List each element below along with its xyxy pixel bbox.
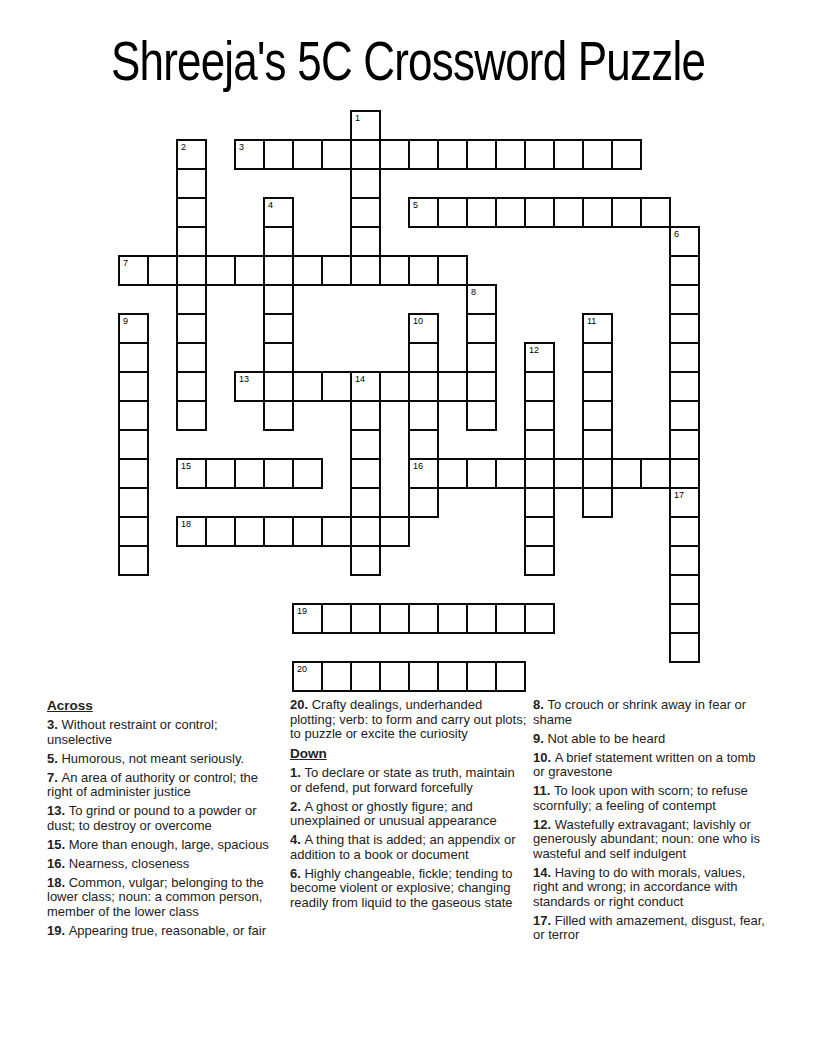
grid-cell-r0c8[interactable]: 1 <box>350 110 381 141</box>
grid-cell-r15c19[interactable] <box>669 545 700 576</box>
grid-cell-r19c6[interactable]: 20 <box>292 661 323 692</box>
grid-cell-r11c16[interactable] <box>582 429 613 460</box>
grid-cell-r1c16[interactable] <box>582 139 613 170</box>
grid-cell-r3c2[interactable] <box>176 197 207 228</box>
cell-number-9: 9 <box>123 316 128 326</box>
grid-cell-r4c2[interactable] <box>176 226 207 257</box>
clue-across-20: 20. Crafty dealings, underhanded plottin… <box>290 698 527 742</box>
grid-cell-r8c12[interactable] <box>466 342 497 373</box>
clue-across-13: 13. To grind or pound to a powder or dus… <box>47 804 284 833</box>
down-header: Down <box>290 746 527 761</box>
grid-cell-r12c3[interactable] <box>205 458 236 489</box>
clue-down-1: 1. To declare or state as truth, maintai… <box>290 766 527 795</box>
grid-cell-r11c0[interactable] <box>118 429 149 460</box>
grid-cell-r12c8[interactable] <box>350 458 381 489</box>
clue-down-10: 10. A brief statement written on a tomb … <box>533 751 770 780</box>
grid-cell-r14c19[interactable] <box>669 516 700 547</box>
grid-cell-r13c10[interactable] <box>408 487 439 518</box>
clue-number: 4. <box>290 832 304 847</box>
grid-cell-r19c10[interactable] <box>408 661 439 692</box>
grid-cell-r8c0[interactable] <box>118 342 149 373</box>
grid-cell-r10c0[interactable] <box>118 400 149 431</box>
grid-cell-r1c8[interactable] <box>350 139 381 170</box>
clue-text: Common, vulgar; belonging to the lower c… <box>47 875 264 919</box>
grid-cell-r1c4[interactable]: 3 <box>234 139 265 170</box>
cell-number-16: 16 <box>413 461 423 471</box>
grid-cell-r1c15[interactable] <box>553 139 584 170</box>
grid-cell-r6c12[interactable]: 8 <box>466 284 497 315</box>
grid-cell-r18c19[interactable] <box>669 632 700 663</box>
grid-cell-r12c6[interactable] <box>292 458 323 489</box>
grid-cell-r12c4[interactable] <box>234 458 265 489</box>
grid-cell-r7c0[interactable]: 9 <box>118 313 149 344</box>
grid-cell-r3c15[interactable] <box>553 197 584 228</box>
grid-cell-r17c12[interactable] <box>466 603 497 634</box>
cell-number-8: 8 <box>471 287 476 297</box>
clues-column-2: 20. Crafty dealings, underhanded plottin… <box>290 698 527 947</box>
grid-cell-r2c8[interactable] <box>350 168 381 199</box>
grid-cell-r1c13[interactable] <box>495 139 526 170</box>
grid-cell-r10c5[interactable] <box>263 400 294 431</box>
grid-cell-r17c19[interactable] <box>669 603 700 634</box>
cell-number-17: 17 <box>674 490 684 500</box>
grid-cell-r7c16[interactable]: 11 <box>582 313 613 344</box>
clue-down-9: 9. Not able to be heard <box>533 732 770 747</box>
clue-text: Without restraint or control; unselectiv… <box>47 717 218 747</box>
grid-cell-r5c8[interactable] <box>350 255 381 286</box>
clue-text: Wastefully extravagant; lavishly or gene… <box>533 817 760 861</box>
cell-number-19: 19 <box>297 606 307 616</box>
cell-number-5: 5 <box>413 200 418 210</box>
grid-cell-r4c8[interactable] <box>350 226 381 257</box>
cell-number-20: 20 <box>297 664 307 674</box>
grid-cell-r8c14[interactable]: 12 <box>524 342 555 373</box>
grid-cell-r10c10[interactable] <box>408 400 439 431</box>
clue-text: More than enough, large, spacious <box>69 837 269 852</box>
grid-cell-r16c19[interactable] <box>669 574 700 605</box>
clue-across-7: 7. An area of authority or control; the … <box>47 771 284 800</box>
grid-cell-r12c13[interactable] <box>495 458 526 489</box>
grid-cell-r1c6[interactable] <box>292 139 323 170</box>
clue-down-6: 6. Highly changeable, fickle; tending to… <box>290 867 527 911</box>
grid-cell-r14c8[interactable] <box>350 516 381 547</box>
grid-cell-r5c9[interactable] <box>379 255 410 286</box>
grid-cell-r12c10[interactable]: 16 <box>408 458 439 489</box>
clue-number: 6. <box>290 866 304 881</box>
grid-cell-r7c10[interactable]: 10 <box>408 313 439 344</box>
grid-cell-r5c6[interactable] <box>292 255 323 286</box>
grid-cell-r1c11[interactable] <box>437 139 468 170</box>
grid-cell-r1c2[interactable]: 2 <box>176 139 207 170</box>
clue-number: 5. <box>47 751 61 766</box>
grid-cell-r12c17[interactable] <box>611 458 642 489</box>
grid-cell-r19c7[interactable] <box>321 661 352 692</box>
grid-cell-r9c9[interactable] <box>379 371 410 402</box>
grid-cell-r14c6[interactable] <box>292 516 323 547</box>
cell-number-10: 10 <box>413 316 423 326</box>
grid-cell-r1c7[interactable] <box>321 139 352 170</box>
grid-cell-r14c9[interactable] <box>379 516 410 547</box>
grid-cell-r10c14[interactable] <box>524 400 555 431</box>
cell-number-1: 1 <box>355 113 360 123</box>
grid-cell-r12c15[interactable] <box>553 458 584 489</box>
grid-cell-r17c14[interactable] <box>524 603 555 634</box>
grid-cell-r11c19[interactable] <box>669 429 700 460</box>
clue-number: 17. <box>533 913 555 928</box>
grid-cell-r1c14[interactable] <box>524 139 555 170</box>
cell-number-6: 6 <box>674 229 679 239</box>
clue-text: A brief statement written on a tomb or g… <box>533 750 756 780</box>
grid-cell-r3c14[interactable] <box>524 197 555 228</box>
grid-cell-r5c2[interactable] <box>176 255 207 286</box>
grid-cell-r3c18[interactable] <box>640 197 671 228</box>
grid-cell-r5c5[interactable] <box>263 255 294 286</box>
clue-down-12: 12. Wastefully extravagant; lavishly or … <box>533 818 770 862</box>
clue-text: To look upon with scorn; to refuse scorn… <box>533 783 748 813</box>
grid-cell-r9c8[interactable]: 14 <box>350 371 381 402</box>
clue-text: Filled with amazement, disgust, fear, or… <box>533 913 765 943</box>
grid-cell-r12c19[interactable] <box>669 458 700 489</box>
clue-text: Not able to be heard <box>547 731 665 746</box>
grid-cell-r5c11[interactable] <box>437 255 468 286</box>
grid-cell-r8c19[interactable] <box>669 342 700 373</box>
clue-number: 11. <box>533 783 554 798</box>
clue-text: A ghost or ghostly figure; and unexplain… <box>290 799 497 829</box>
clue-text: Crafty dealings, underhanded plotting; v… <box>290 697 526 741</box>
clue-number: 3. <box>47 717 61 732</box>
grid-cell-r5c0[interactable]: 7 <box>118 255 149 286</box>
across-header: Across <box>47 698 284 713</box>
grid-cell-r8c2[interactable] <box>176 342 207 373</box>
clue-text: Humorous, not meant seriously. <box>61 751 244 766</box>
clue-text: Appearing true, reasonable, or fair <box>69 923 266 938</box>
grid-cell-r15c0[interactable] <box>118 545 149 576</box>
clue-across-5: 5. Humorous, not meant seriously. <box>47 752 284 767</box>
clue-across-15: 15. More than enough, large, spacious <box>47 838 284 853</box>
clue-number: 20. <box>290 697 312 712</box>
grid-cell-r10c2[interactable] <box>176 400 207 431</box>
grid-cell-r7c5[interactable] <box>263 313 294 344</box>
clue-number: 18. <box>47 875 69 890</box>
grid-cell-r12c16[interactable] <box>582 458 613 489</box>
clue-down-17: 17. Filled with amazement, disgust, fear… <box>533 914 770 943</box>
clue-number: 19. <box>47 923 69 938</box>
grid-cell-r15c8[interactable] <box>350 545 381 576</box>
grid-cell-r4c5[interactable] <box>263 226 294 257</box>
cell-number-3: 3 <box>239 142 244 152</box>
grid-cell-r13c14[interactable] <box>524 487 555 518</box>
grid-cell-r9c2[interactable] <box>176 371 207 402</box>
grid-cell-r17c13[interactable] <box>495 603 526 634</box>
crossword-page: { "game": "crossword", "title": "Shreeja… <box>0 0 816 1056</box>
grid-cell-r14c4[interactable] <box>234 516 265 547</box>
grid-cell-r3c12[interactable] <box>466 197 497 228</box>
clue-number: 9. <box>533 731 547 746</box>
grid-cell-r8c16[interactable] <box>582 342 613 373</box>
grid-cell-r12c5[interactable] <box>263 458 294 489</box>
grid-cell-r5c10[interactable] <box>408 255 439 286</box>
grid-cell-r17c11[interactable] <box>437 603 468 634</box>
grid-cell-r19c9[interactable] <box>379 661 410 692</box>
grid-cell-r5c3[interactable] <box>205 255 236 286</box>
clue-text: To grind or pound to a powder or dust; t… <box>47 803 257 833</box>
grid-cell-r17c8[interactable] <box>350 603 381 634</box>
grid-cell-r3c11[interactable] <box>437 197 468 228</box>
grid-cell-r14c0[interactable] <box>118 516 149 547</box>
grid-cell-r8c10[interactable] <box>408 342 439 373</box>
grid-cell-r3c13[interactable] <box>495 197 526 228</box>
clue-number: 2. <box>290 799 304 814</box>
clue-text: Having to do with morals, values, right … <box>533 865 745 909</box>
clue-down-14: 14. Having to do with morals, values, ri… <box>533 866 770 910</box>
grid-cell-r4c19[interactable]: 6 <box>669 226 700 257</box>
grid-cell-r10c16[interactable] <box>582 400 613 431</box>
grid-cell-r11c8[interactable] <box>350 429 381 460</box>
clue-across-19: 19. Appearing true, reasonable, or fair <box>47 924 284 939</box>
grid-cell-r17c6[interactable]: 19 <box>292 603 323 634</box>
grid-cell-r9c7[interactable] <box>321 371 352 402</box>
grid-cell-r5c1[interactable] <box>147 255 178 286</box>
clue-text: To crouch or shrink away in fear or sham… <box>533 697 746 727</box>
clue-number: 12. <box>533 817 555 832</box>
grid-cell-r13c0[interactable] <box>118 487 149 518</box>
clue-number: 8. <box>533 697 547 712</box>
grid-cell-r14c5[interactable] <box>263 516 294 547</box>
grid-cell-r9c14[interactable] <box>524 371 555 402</box>
grid-cell-r9c4[interactable]: 13 <box>234 371 265 402</box>
grid-cell-r1c9[interactable] <box>379 139 410 170</box>
grid-cell-r14c3[interactable] <box>205 516 236 547</box>
clue-text: To declare or state as truth, maintain o… <box>290 765 515 795</box>
grid-cell-r1c17[interactable] <box>611 139 642 170</box>
grid-cell-r7c2[interactable] <box>176 313 207 344</box>
clue-number: 16. <box>47 856 69 871</box>
grid-cell-r6c19[interactable] <box>669 284 700 315</box>
grid-cell-r10c8[interactable] <box>350 400 381 431</box>
grid-cell-r5c4[interactable] <box>234 255 265 286</box>
grid-cell-r19c11[interactable] <box>437 661 468 692</box>
grid-cell-r5c7[interactable] <box>321 255 352 286</box>
grid-cell-r13c8[interactable] <box>350 487 381 518</box>
clue-across-3: 3. Without restraint or control; unselec… <box>47 718 284 747</box>
clue-number: 13. <box>47 803 69 818</box>
grid-cell-r11c10[interactable] <box>408 429 439 460</box>
grid-cell-r9c10[interactable] <box>408 371 439 402</box>
grid-cell-r15c14[interactable] <box>524 545 555 576</box>
grid-cell-r12c18[interactable] <box>640 458 671 489</box>
cell-number-4: 4 <box>268 200 273 210</box>
grid-cell-r9c0[interactable] <box>118 371 149 402</box>
grid-cell-r11c14[interactable] <box>524 429 555 460</box>
grid-cell-r12c14[interactable] <box>524 458 555 489</box>
grid-cell-r1c5[interactable] <box>263 139 294 170</box>
grid-cell-r9c6[interactable] <box>292 371 323 402</box>
grid-cell-r10c19[interactable] <box>669 400 700 431</box>
grid-cell-r9c19[interactable] <box>669 371 700 402</box>
clue-number: 15. <box>47 837 69 852</box>
cell-number-15: 15 <box>181 461 191 471</box>
clue-down-4: 4. A thing that is added; an appendix or… <box>290 833 527 862</box>
grid-cell-r9c5[interactable] <box>263 371 294 402</box>
grid-cell-r1c12[interactable] <box>466 139 497 170</box>
clue-down-8: 8. To crouch or shrink away in fear or s… <box>533 698 770 727</box>
grid-cell-r3c10[interactable]: 5 <box>408 197 439 228</box>
grid-cell-r17c9[interactable] <box>379 603 410 634</box>
grid-cell-r12c11[interactable] <box>437 458 468 489</box>
clue-text: An area of authority or control; the rig… <box>47 770 258 800</box>
grid-cell-r12c12[interactable] <box>466 458 497 489</box>
clue-across-16: 16. Nearness, closeness <box>47 857 284 872</box>
grid-cell-r3c5[interactable]: 4 <box>263 197 294 228</box>
grid-cell-r13c19[interactable]: 17 <box>669 487 700 518</box>
grid-cell-r14c14[interactable] <box>524 516 555 547</box>
clues-column-3: 8. To crouch or shrink away in fear or s… <box>533 698 770 947</box>
grid-cell-r5c19[interactable] <box>669 255 700 286</box>
grid-cell-r9c12[interactable] <box>466 371 497 402</box>
clue-across-18: 18. Common, vulgar; belonging to the low… <box>47 876 284 920</box>
grid-cell-r13c16[interactable] <box>582 487 613 518</box>
grid-cell-r19c8[interactable] <box>350 661 381 692</box>
clue-number: 14. <box>533 865 555 880</box>
grid-cell-r1c10[interactable] <box>408 139 439 170</box>
grid-cell-r9c16[interactable] <box>582 371 613 402</box>
grid-cell-r3c16[interactable] <box>582 197 613 228</box>
grid-cell-r12c2[interactable]: 15 <box>176 458 207 489</box>
grid-cell-r14c2[interactable]: 18 <box>176 516 207 547</box>
grid-cell-r7c19[interactable] <box>669 313 700 344</box>
grid-cell-r14c7[interactable] <box>321 516 352 547</box>
grid-cell-r10c12[interactable] <box>466 400 497 431</box>
cell-number-14: 14 <box>355 374 365 384</box>
clue-number: 7. <box>47 770 61 785</box>
clues-column-1: Across3. Without restraint or control; u… <box>47 698 284 947</box>
grid-cell-r7c12[interactable] <box>466 313 497 344</box>
puzzle-title: Shreeja's 5C Crossword Puzzle <box>82 32 735 90</box>
cell-number-11: 11 <box>587 316 596 326</box>
clue-text: Highly changeable, fickle; tending to be… <box>290 866 513 910</box>
grid-cell-r8c5[interactable] <box>263 342 294 373</box>
cell-number-13: 13 <box>239 374 249 384</box>
grid-cell-r19c12[interactable] <box>466 661 497 692</box>
clue-text: Nearness, closeness <box>69 856 190 871</box>
grid-cell-r6c5[interactable] <box>263 284 294 315</box>
grid-cell-r9c11[interactable] <box>437 371 468 402</box>
grid-cell-r3c8[interactable] <box>350 197 381 228</box>
grid-cell-r3c17[interactable] <box>611 197 642 228</box>
grid-cell-r19c13[interactable] <box>495 661 526 692</box>
cell-number-18: 18 <box>181 519 191 529</box>
clues-section: Across3. Without restraint or control; u… <box>47 698 771 947</box>
cell-number-2: 2 <box>181 142 186 152</box>
grid-cell-r17c7[interactable] <box>321 603 352 634</box>
grid-cell-r17c10[interactable] <box>408 603 439 634</box>
grid-cell-r6c2[interactable] <box>176 284 207 315</box>
grid-cell-r2c2[interactable] <box>176 168 207 199</box>
clue-number: 10. <box>533 750 555 765</box>
clue-number: 1. <box>290 765 304 780</box>
crossword-grid: 1234567891011121314151617181920 <box>118 110 700 692</box>
clue-down-11: 11. To look upon with scorn; to refuse s… <box>533 784 770 813</box>
grid-cell-r12c0[interactable] <box>118 458 149 489</box>
cell-number-7: 7 <box>123 258 128 268</box>
clue-down-2: 2. A ghost or ghostly figure; and unexpl… <box>290 800 527 829</box>
clue-text: A thing that is added; an appendix or ad… <box>290 832 516 862</box>
cell-number-12: 12 <box>529 345 539 355</box>
